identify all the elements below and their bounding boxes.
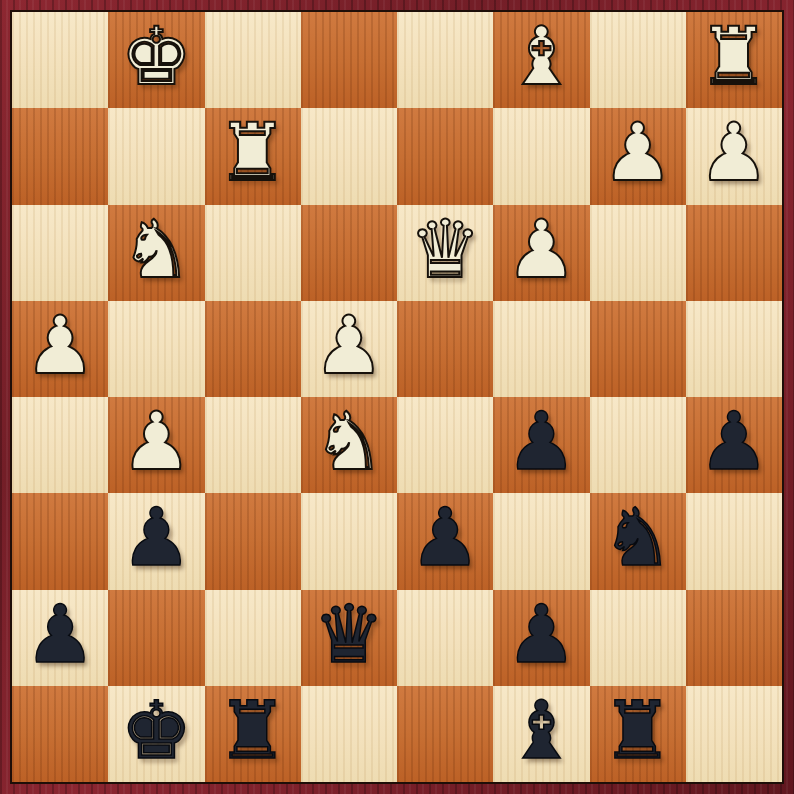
square-g7[interactable] [108, 590, 204, 686]
square-g3[interactable]: ♞ [108, 205, 204, 301]
white-pawn: ♟ [24, 306, 96, 386]
white-bishop: ♝ [506, 17, 578, 97]
square-b7[interactable] [590, 590, 686, 686]
square-d1[interactable] [397, 12, 493, 108]
white-rook: ♜ [217, 113, 289, 193]
square-f3[interactable] [205, 205, 301, 301]
square-f7[interactable] [205, 590, 301, 686]
square-e3[interactable] [301, 205, 397, 301]
white-rook: ♜ [698, 17, 770, 97]
black-pawn: ♟ [24, 595, 96, 675]
square-a8[interactable] [686, 686, 782, 782]
square-h3[interactable] [12, 205, 108, 301]
white-pawn: ♟ [506, 210, 578, 290]
square-c3[interactable]: ♟ [493, 205, 589, 301]
white-pawn: ♟ [121, 402, 193, 482]
square-c1[interactable]: ♝ [493, 12, 589, 108]
square-c8[interactable]: ♝ [493, 686, 589, 782]
square-h4[interactable]: ♟ [12, 301, 108, 397]
square-e2[interactable] [301, 108, 397, 204]
black-pawn: ♟ [506, 595, 578, 675]
square-c5[interactable]: ♟ [493, 397, 589, 493]
chess-board: ♚♝♜♜♟♟♞♛♟♟♟♟♞♟♟♟♟♞♟♛♟♚♜♝♜ [12, 12, 782, 782]
square-d8[interactable] [397, 686, 493, 782]
square-b3[interactable] [590, 205, 686, 301]
square-a6[interactable] [686, 493, 782, 589]
square-f1[interactable] [205, 12, 301, 108]
square-b1[interactable] [590, 12, 686, 108]
square-b4[interactable] [590, 301, 686, 397]
square-g8[interactable]: ♚ [108, 686, 204, 782]
square-a3[interactable] [686, 205, 782, 301]
black-rook: ♜ [217, 691, 289, 771]
square-b8[interactable]: ♜ [590, 686, 686, 782]
black-king: ♚ [121, 691, 193, 771]
square-f4[interactable] [205, 301, 301, 397]
white-queen: ♛ [409, 210, 481, 290]
square-h5[interactable] [12, 397, 108, 493]
white-knight: ♞ [313, 402, 385, 482]
square-c7[interactable]: ♟ [493, 590, 589, 686]
square-d3[interactable]: ♛ [397, 205, 493, 301]
black-pawn: ♟ [698, 402, 770, 482]
square-f8[interactable]: ♜ [205, 686, 301, 782]
square-h1[interactable] [12, 12, 108, 108]
square-h8[interactable] [12, 686, 108, 782]
white-pawn: ♟ [698, 113, 770, 193]
square-f6[interactable] [205, 493, 301, 589]
square-a4[interactable] [686, 301, 782, 397]
square-c2[interactable] [493, 108, 589, 204]
square-a2[interactable]: ♟ [686, 108, 782, 204]
square-b2[interactable]: ♟ [590, 108, 686, 204]
black-pawn: ♟ [409, 498, 481, 578]
square-d7[interactable] [397, 590, 493, 686]
square-d2[interactable] [397, 108, 493, 204]
square-f2[interactable]: ♜ [205, 108, 301, 204]
board-frame: ♚♝♜♜♟♟♞♛♟♟♟♟♞♟♟♟♟♞♟♛♟♚♜♝♜ [0, 0, 794, 794]
square-d4[interactable] [397, 301, 493, 397]
white-pawn: ♟ [313, 306, 385, 386]
square-e6[interactable] [301, 493, 397, 589]
square-c6[interactable] [493, 493, 589, 589]
black-pawn: ♟ [121, 498, 193, 578]
square-g6[interactable]: ♟ [108, 493, 204, 589]
square-b5[interactable] [590, 397, 686, 493]
square-e7[interactable]: ♛ [301, 590, 397, 686]
square-e1[interactable] [301, 12, 397, 108]
black-pawn: ♟ [506, 402, 578, 482]
white-king: ♚ [121, 17, 193, 97]
square-g5[interactable]: ♟ [108, 397, 204, 493]
square-d5[interactable] [397, 397, 493, 493]
black-rook: ♜ [602, 691, 674, 771]
square-a1[interactable]: ♜ [686, 12, 782, 108]
square-g2[interactable] [108, 108, 204, 204]
square-e4[interactable]: ♟ [301, 301, 397, 397]
square-a5[interactable]: ♟ [686, 397, 782, 493]
square-h6[interactable] [12, 493, 108, 589]
square-g4[interactable] [108, 301, 204, 397]
square-h2[interactable] [12, 108, 108, 204]
square-d6[interactable]: ♟ [397, 493, 493, 589]
square-e8[interactable] [301, 686, 397, 782]
square-b6[interactable]: ♞ [590, 493, 686, 589]
square-f5[interactable] [205, 397, 301, 493]
square-g1[interactable]: ♚ [108, 12, 204, 108]
black-knight: ♞ [602, 498, 674, 578]
square-e5[interactable]: ♞ [301, 397, 397, 493]
square-c4[interactable] [493, 301, 589, 397]
black-bishop: ♝ [506, 691, 578, 771]
square-a7[interactable] [686, 590, 782, 686]
black-queen: ♛ [313, 595, 385, 675]
square-h7[interactable]: ♟ [12, 590, 108, 686]
white-pawn: ♟ [602, 113, 674, 193]
white-knight: ♞ [121, 210, 193, 290]
